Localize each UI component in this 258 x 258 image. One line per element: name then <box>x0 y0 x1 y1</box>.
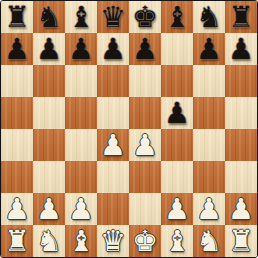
piece-black-pawn[interactable]: ♟ <box>132 33 158 65</box>
square-h3[interactable] <box>225 161 257 193</box>
square-h2[interactable]: ♟ <box>225 193 257 225</box>
square-b2[interactable]: ♟ <box>33 193 65 225</box>
piece-white-pawn[interactable]: ♟ <box>36 193 62 225</box>
square-a5[interactable] <box>1 97 33 129</box>
piece-black-pawn[interactable]: ♟ <box>36 33 62 65</box>
square-d8[interactable]: ♛ <box>97 1 129 33</box>
piece-white-pawn[interactable]: ♟ <box>164 193 190 225</box>
square-f2[interactable]: ♟ <box>161 193 193 225</box>
piece-black-knight[interactable]: ♞ <box>196 1 222 33</box>
square-g2[interactable]: ♟ <box>193 193 225 225</box>
piece-white-queen[interactable]: ♛ <box>100 225 126 257</box>
square-g8[interactable]: ♞ <box>193 1 225 33</box>
square-a4[interactable] <box>1 129 33 161</box>
square-b1[interactable]: ♞ <box>33 225 65 257</box>
piece-black-king[interactable]: ♚ <box>132 1 158 33</box>
square-c1[interactable]: ♝ <box>65 225 97 257</box>
piece-white-knight[interactable]: ♞ <box>196 225 222 257</box>
piece-white-knight[interactable]: ♞ <box>36 225 62 257</box>
square-f4[interactable] <box>161 129 193 161</box>
square-f6[interactable] <box>161 65 193 97</box>
square-h8[interactable]: ♜ <box>225 1 257 33</box>
square-f1[interactable]: ♝ <box>161 225 193 257</box>
piece-white-pawn[interactable]: ♟ <box>4 193 30 225</box>
square-d7[interactable]: ♟ <box>97 33 129 65</box>
square-f5[interactable]: ♟ <box>161 97 193 129</box>
square-c8[interactable]: ♝ <box>65 1 97 33</box>
piece-black-pawn[interactable]: ♟ <box>4 33 30 65</box>
square-g6[interactable] <box>193 65 225 97</box>
piece-white-king[interactable]: ♚ <box>132 225 158 257</box>
square-a3[interactable] <box>1 161 33 193</box>
piece-black-pawn[interactable]: ♟ <box>164 97 190 129</box>
square-g7[interactable]: ♟ <box>193 33 225 65</box>
square-b5[interactable] <box>33 97 65 129</box>
square-e6[interactable] <box>129 65 161 97</box>
piece-white-pawn[interactable]: ♟ <box>68 193 94 225</box>
piece-black-pawn[interactable]: ♟ <box>100 33 126 65</box>
piece-black-pawn[interactable]: ♟ <box>196 33 222 65</box>
piece-black-rook[interactable]: ♜ <box>228 1 254 33</box>
chess-board-frame: ♜♞♝♛♚♝♞♜♟♟♟♟♟♟♟♟♟♟♟♟♟♟♟♟♜♞♝♛♚♝♞♜ <box>0 0 258 258</box>
square-f7[interactable] <box>161 33 193 65</box>
square-e3[interactable] <box>129 161 161 193</box>
square-d3[interactable] <box>97 161 129 193</box>
piece-white-pawn[interactable]: ♟ <box>196 193 222 225</box>
square-h6[interactable] <box>225 65 257 97</box>
piece-black-knight[interactable]: ♞ <box>36 1 62 33</box>
piece-white-rook[interactable]: ♜ <box>4 225 30 257</box>
piece-white-pawn[interactable]: ♟ <box>228 193 254 225</box>
square-e5[interactable] <box>129 97 161 129</box>
square-d4[interactable]: ♟ <box>97 129 129 161</box>
square-h4[interactable] <box>225 129 257 161</box>
square-h1[interactable]: ♜ <box>225 225 257 257</box>
square-a2[interactable]: ♟ <box>1 193 33 225</box>
square-c6[interactable] <box>65 65 97 97</box>
square-g3[interactable] <box>193 161 225 193</box>
square-d1[interactable]: ♛ <box>97 225 129 257</box>
square-c4[interactable] <box>65 129 97 161</box>
square-e2[interactable] <box>129 193 161 225</box>
square-e1[interactable]: ♚ <box>129 225 161 257</box>
piece-black-bishop[interactable]: ♝ <box>68 1 94 33</box>
piece-white-bishop[interactable]: ♝ <box>68 225 94 257</box>
square-f8[interactable]: ♝ <box>161 1 193 33</box>
square-d2[interactable] <box>97 193 129 225</box>
square-h7[interactable]: ♟ <box>225 33 257 65</box>
square-h5[interactable] <box>225 97 257 129</box>
square-c5[interactable] <box>65 97 97 129</box>
piece-black-queen[interactable]: ♛ <box>100 1 126 33</box>
square-d6[interactable] <box>97 65 129 97</box>
square-a6[interactable] <box>1 65 33 97</box>
square-c3[interactable] <box>65 161 97 193</box>
square-a1[interactable]: ♜ <box>1 225 33 257</box>
piece-white-pawn[interactable]: ♟ <box>132 129 158 161</box>
square-e8[interactable]: ♚ <box>129 1 161 33</box>
chess-board: ♜♞♝♛♚♝♞♜♟♟♟♟♟♟♟♟♟♟♟♟♟♟♟♟♜♞♝♛♚♝♞♜ <box>1 1 257 257</box>
square-b4[interactable] <box>33 129 65 161</box>
square-e4[interactable]: ♟ <box>129 129 161 161</box>
square-b8[interactable]: ♞ <box>33 1 65 33</box>
square-c2[interactable]: ♟ <box>65 193 97 225</box>
piece-black-rook[interactable]: ♜ <box>4 1 30 33</box>
square-a8[interactable]: ♜ <box>1 1 33 33</box>
square-g4[interactable] <box>193 129 225 161</box>
square-d5[interactable] <box>97 97 129 129</box>
square-b6[interactable] <box>33 65 65 97</box>
square-a7[interactable]: ♟ <box>1 33 33 65</box>
square-g5[interactable] <box>193 97 225 129</box>
square-e7[interactable]: ♟ <box>129 33 161 65</box>
piece-white-pawn[interactable]: ♟ <box>100 129 126 161</box>
square-c7[interactable]: ♟ <box>65 33 97 65</box>
piece-black-pawn[interactable]: ♟ <box>228 33 254 65</box>
square-f3[interactable] <box>161 161 193 193</box>
square-b7[interactable]: ♟ <box>33 33 65 65</box>
piece-black-bishop[interactable]: ♝ <box>164 1 190 33</box>
piece-white-bishop[interactable]: ♝ <box>164 225 190 257</box>
square-g1[interactable]: ♞ <box>193 225 225 257</box>
square-b3[interactable] <box>33 161 65 193</box>
piece-white-rook[interactable]: ♜ <box>228 225 254 257</box>
piece-black-pawn[interactable]: ♟ <box>68 33 94 65</box>
